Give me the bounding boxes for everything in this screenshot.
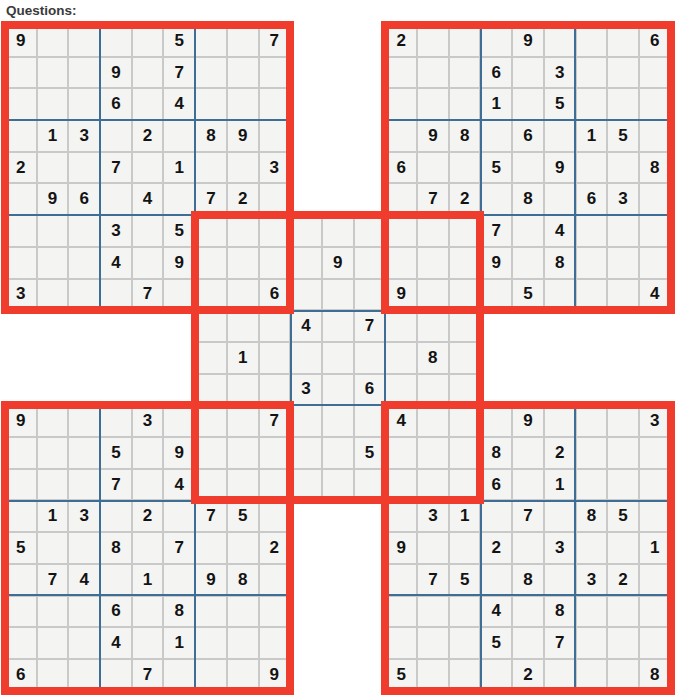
cell-bottom-right-r8c1[interactable]	[385, 627, 417, 659]
cell-top-right-r4c9[interactable]	[639, 120, 671, 152]
cell-top-right-r2c1[interactable]	[385, 57, 417, 89]
cell-top-right-r8c7[interactable]	[576, 247, 608, 279]
cell-top-right-r5c9[interactable]: 8	[639, 152, 671, 184]
cell-top-right-r4c2[interactable]: 9	[417, 120, 449, 152]
cell-top-right-r2c5[interactable]	[512, 57, 544, 89]
cell-center-r5c2[interactable]: 1	[227, 342, 259, 374]
cell-top-left-r8c6[interactable]: 9	[163, 247, 195, 279]
cell-top-left-r4c3[interactable]: 3	[68, 120, 100, 152]
cell-bottom-left-r1c7[interactable]	[195, 405, 227, 437]
cell-center-r6c6[interactable]: 6	[354, 374, 386, 406]
cell-center-r4c6[interactable]: 7	[354, 310, 386, 342]
cell-center-r6c7[interactable]	[385, 374, 417, 406]
cell-center-r6c4[interactable]: 3	[290, 374, 322, 406]
cell-top-right-r5c1[interactable]: 6	[385, 152, 417, 184]
cell-bottom-right-r4c8[interactable]: 5	[607, 500, 639, 532]
cell-top-right-r1c2[interactable]	[417, 25, 449, 57]
cell-center-r9c5[interactable]	[322, 469, 354, 501]
cell-top-right-r6c2[interactable]: 7	[417, 183, 449, 215]
cell-top-left-r9c2[interactable]	[37, 279, 69, 311]
cell-bottom-left-r7c7[interactable]	[195, 596, 227, 628]
cell-bottom-right-r9c4[interactable]	[480, 659, 512, 691]
cell-center-r8c4[interactable]	[290, 437, 322, 469]
cell-bottom-right-r3c3[interactable]	[449, 469, 481, 501]
cell-bottom-left-r1c2[interactable]	[37, 405, 69, 437]
cell-top-right-r3c9[interactable]	[639, 88, 671, 120]
cell-bottom-left-r7c1[interactable]	[5, 596, 37, 628]
cell-bottom-left-r7c3[interactable]	[68, 596, 100, 628]
cell-bottom-left-r5c7[interactable]	[195, 532, 227, 564]
cell-top-left-r7c6[interactable]: 5	[163, 215, 195, 247]
cell-top-right-r5c6[interactable]: 9	[544, 152, 576, 184]
cell-center-r2c1[interactable]	[195, 247, 227, 279]
cell-top-left-r9c5[interactable]: 7	[132, 279, 164, 311]
cell-bottom-left-r1c3[interactable]	[68, 405, 100, 437]
cell-top-left-r7c5[interactable]	[132, 215, 164, 247]
cell-bottom-left-r2c8[interactable]	[227, 437, 259, 469]
cell-bottom-left-r9c4[interactable]	[100, 659, 132, 691]
cell-bottom-left-r9c2[interactable]	[37, 659, 69, 691]
cell-bottom-left-r2c1[interactable]	[5, 437, 37, 469]
cell-top-left-r6c7[interactable]: 7	[195, 183, 227, 215]
cell-center-r6c9[interactable]	[449, 374, 481, 406]
cell-center-r4c7[interactable]	[385, 310, 417, 342]
cell-top-right-r6c5[interactable]: 8	[512, 183, 544, 215]
cell-top-right-r1c4[interactable]	[480, 25, 512, 57]
cell-bottom-left-r7c9[interactable]	[259, 596, 291, 628]
cell-bottom-right-r9c1[interactable]: 5	[385, 659, 417, 691]
cell-top-right-r4c4[interactable]	[480, 120, 512, 152]
cell-center-r3c3[interactable]: 6	[259, 279, 291, 311]
cell-top-left-r8c4[interactable]: 4	[100, 247, 132, 279]
cell-bottom-left-r1c1[interactable]: 9	[5, 405, 37, 437]
cell-bottom-right-r3c8[interactable]	[607, 469, 639, 501]
cell-center-r3c9[interactable]	[449, 279, 481, 311]
cell-bottom-right-r8c5[interactable]	[512, 627, 544, 659]
cell-top-left-r8c5[interactable]	[132, 247, 164, 279]
cell-center-r5c4[interactable]	[290, 342, 322, 374]
cell-bottom-right-r9c6[interactable]	[544, 659, 576, 691]
cell-top-right-r4c6[interactable]	[544, 120, 576, 152]
cell-top-left-r3c1[interactable]	[5, 88, 37, 120]
cell-bottom-left-r5c5[interactable]	[132, 532, 164, 564]
cell-bottom-right-r8c9[interactable]	[639, 627, 671, 659]
cell-bottom-right-r3c2[interactable]	[417, 469, 449, 501]
cell-bottom-right-r4c9[interactable]	[639, 500, 671, 532]
cell-top-right-r2c7[interactable]	[576, 57, 608, 89]
cell-center-r3c1[interactable]	[195, 279, 227, 311]
cell-top-left-r7c3[interactable]	[68, 215, 100, 247]
cell-bottom-left-r3c9[interactable]	[259, 469, 291, 501]
cell-bottom-right-r4c4[interactable]	[480, 500, 512, 532]
cell-top-right-r2c8[interactable]	[607, 57, 639, 89]
cell-center-r5c5[interactable]	[322, 342, 354, 374]
cell-center-r1c1[interactable]	[195, 215, 227, 247]
cell-top-right-r6c4[interactable]	[480, 183, 512, 215]
cell-bottom-left-r2c7[interactable]	[195, 437, 227, 469]
cell-bottom-left-r1c8[interactable]	[227, 405, 259, 437]
cell-bottom-right-r1c9[interactable]: 3	[639, 405, 671, 437]
cell-bottom-left-r2c2[interactable]	[37, 437, 69, 469]
cell-bottom-right-r2c1[interactable]	[385, 437, 417, 469]
cell-bottom-left-r4c6[interactable]	[163, 500, 195, 532]
cell-center-r6c2[interactable]	[227, 374, 259, 406]
cell-top-left-r9c1[interactable]: 3	[5, 279, 37, 311]
cell-center-r3c4[interactable]	[290, 279, 322, 311]
cell-center-r4c1[interactable]	[195, 310, 227, 342]
cell-bottom-right-r3c4[interactable]: 6	[480, 469, 512, 501]
cell-bottom-left-r7c8[interactable]	[227, 596, 259, 628]
cell-bottom-right-r7c3[interactable]	[449, 596, 481, 628]
cell-top-left-r4c4[interactable]	[100, 120, 132, 152]
cell-bottom-right-r7c8[interactable]	[607, 596, 639, 628]
cell-top-right-r1c3[interactable]	[449, 25, 481, 57]
cell-top-left-r6c9[interactable]	[259, 183, 291, 215]
cell-top-left-r5c5[interactable]	[132, 152, 164, 184]
cell-bottom-left-r8c9[interactable]	[259, 627, 291, 659]
cell-top-right-r1c5[interactable]: 9	[512, 25, 544, 57]
cell-bottom-left-r6c7[interactable]: 9	[195, 564, 227, 596]
cell-bottom-right-r8c6[interactable]: 7	[544, 627, 576, 659]
cell-bottom-right-r7c4[interactable]: 4	[480, 596, 512, 628]
cell-top-left-r6c3[interactable]: 6	[68, 183, 100, 215]
cell-bottom-right-r1c1[interactable]: 4	[385, 405, 417, 437]
cell-top-right-r3c7[interactable]	[576, 88, 608, 120]
cell-center-r1c5[interactable]	[322, 215, 354, 247]
cell-top-left-r5c1[interactable]: 2	[5, 152, 37, 184]
cell-top-right-r7c5[interactable]	[512, 215, 544, 247]
cell-top-left-r2c6[interactable]: 7	[163, 57, 195, 89]
cell-top-left-r1c5[interactable]	[132, 25, 164, 57]
cell-top-right-r9c6[interactable]	[544, 279, 576, 311]
cell-top-right-r2c4[interactable]: 6	[480, 57, 512, 89]
cell-top-right-r7c8[interactable]	[607, 215, 639, 247]
cell-top-right-r4c3[interactable]: 8	[449, 120, 481, 152]
cell-top-right-r1c8[interactable]	[607, 25, 639, 57]
cell-top-right-r3c3[interactable]	[449, 88, 481, 120]
cell-center-r2c3[interactable]	[259, 247, 291, 279]
cell-top-right-r4c5[interactable]: 6	[512, 120, 544, 152]
cell-top-right-r1c1[interactable]: 2	[385, 25, 417, 57]
cell-center-r6c8[interactable]	[417, 374, 449, 406]
cell-bottom-left-r8c4[interactable]: 4	[100, 627, 132, 659]
cell-bottom-right-r6c8[interactable]: 2	[607, 564, 639, 596]
cell-bottom-right-r6c9[interactable]	[639, 564, 671, 596]
cell-bottom-left-r1c6[interactable]	[163, 405, 195, 437]
cell-bottom-right-r2c4[interactable]: 8	[480, 437, 512, 469]
cell-bottom-right-r3c1[interactable]	[385, 469, 417, 501]
cell-top-left-r2c4[interactable]: 9	[100, 57, 132, 89]
cell-top-right-r3c5[interactable]	[512, 88, 544, 120]
cell-top-right-r3c8[interactable]	[607, 88, 639, 120]
cell-bottom-right-r4c7[interactable]: 8	[576, 500, 608, 532]
cell-bottom-right-r3c5[interactable]	[512, 469, 544, 501]
cell-top-left-r4c5[interactable]: 2	[132, 120, 164, 152]
cell-top-left-r9c4[interactable]	[100, 279, 132, 311]
cell-top-left-r4c7[interactable]: 8	[195, 120, 227, 152]
cell-bottom-left-r9c8[interactable]	[227, 659, 259, 691]
cell-bottom-left-r9c6[interactable]	[163, 659, 195, 691]
cell-bottom-left-r1c9[interactable]: 7	[259, 405, 291, 437]
cell-center-r6c5[interactable]	[322, 374, 354, 406]
cell-top-right-r1c6[interactable]	[544, 25, 576, 57]
cell-bottom-left-r8c2[interactable]	[37, 627, 69, 659]
cell-top-right-r5c3[interactable]	[449, 152, 481, 184]
cell-bottom-right-r2c9[interactable]	[639, 437, 671, 469]
cell-top-right-r6c8[interactable]: 3	[607, 183, 639, 215]
cell-top-left-r8c1[interactable]	[5, 247, 37, 279]
cell-top-right-r4c1[interactable]	[385, 120, 417, 152]
cell-center-r3c7[interactable]: 9	[385, 279, 417, 311]
cell-top-right-r6c6[interactable]	[544, 183, 576, 215]
cell-center-r9c4[interactable]	[290, 469, 322, 501]
cell-bottom-right-r1c4[interactable]	[480, 405, 512, 437]
cell-bottom-left-r2c5[interactable]	[132, 437, 164, 469]
cell-bottom-right-r5c7[interactable]	[576, 532, 608, 564]
cell-bottom-right-r8c3[interactable]	[449, 627, 481, 659]
cell-top-left-r1c4[interactable]	[100, 25, 132, 57]
cell-bottom-right-r1c3[interactable]	[449, 405, 481, 437]
cell-top-right-r9c9[interactable]: 4	[639, 279, 671, 311]
cell-center-r1c3[interactable]	[259, 215, 291, 247]
cell-bottom-right-r2c3[interactable]	[449, 437, 481, 469]
cell-center-r7c5[interactable]	[322, 405, 354, 437]
cell-bottom-right-r5c3[interactable]	[449, 532, 481, 564]
cell-top-left-r3c4[interactable]: 6	[100, 88, 132, 120]
cell-bottom-left-r8c6[interactable]: 1	[163, 627, 195, 659]
cell-bottom-right-r7c2[interactable]	[417, 596, 449, 628]
cell-bottom-left-r8c1[interactable]	[5, 627, 37, 659]
cell-top-left-r6c8[interactable]: 2	[227, 183, 259, 215]
cell-center-r3c6[interactable]	[354, 279, 386, 311]
cell-bottom-left-r8c3[interactable]	[68, 627, 100, 659]
cell-center-r2c7[interactable]	[385, 247, 417, 279]
cell-top-right-r6c3[interactable]: 2	[449, 183, 481, 215]
cell-bottom-left-r3c3[interactable]	[68, 469, 100, 501]
cell-bottom-right-r2c5[interactable]	[512, 437, 544, 469]
cell-top-right-r8c9[interactable]	[639, 247, 671, 279]
cell-center-r4c3[interactable]	[259, 310, 291, 342]
cell-top-left-r4c8[interactable]: 9	[227, 120, 259, 152]
cell-bottom-right-r9c5[interactable]: 2	[512, 659, 544, 691]
cell-center-r5c9[interactable]	[449, 342, 481, 374]
cell-bottom-left-r6c8[interactable]: 8	[227, 564, 259, 596]
cell-bottom-left-r5c3[interactable]	[68, 532, 100, 564]
cell-top-right-r4c7[interactable]: 1	[576, 120, 608, 152]
cell-bottom-left-r8c7[interactable]	[195, 627, 227, 659]
cell-bottom-left-r7c4[interactable]: 6	[100, 596, 132, 628]
cell-top-left-r6c2[interactable]: 9	[37, 183, 69, 215]
cell-top-right-r3c1[interactable]	[385, 88, 417, 120]
cell-center-r2c2[interactable]	[227, 247, 259, 279]
cell-bottom-right-r6c6[interactable]	[544, 564, 576, 596]
cell-center-r1c9[interactable]	[449, 215, 481, 247]
cell-bottom-right-r6c4[interactable]	[480, 564, 512, 596]
cell-bottom-left-r2c9[interactable]	[259, 437, 291, 469]
cell-bottom-right-r1c2[interactable]	[417, 405, 449, 437]
cell-top-left-r5c7[interactable]	[195, 152, 227, 184]
cell-bottom-right-r4c5[interactable]: 7	[512, 500, 544, 532]
cell-bottom-right-r4c6[interactable]	[544, 500, 576, 532]
cell-center-r1c7[interactable]	[385, 215, 417, 247]
cell-top-left-r1c6[interactable]: 5	[163, 25, 195, 57]
cell-bottom-left-r2c4[interactable]: 5	[100, 437, 132, 469]
cell-bottom-left-r2c3[interactable]	[68, 437, 100, 469]
cell-bottom-left-r4c1[interactable]	[5, 500, 37, 532]
cell-bottom-left-r3c1[interactable]	[5, 469, 37, 501]
cell-bottom-left-r6c6[interactable]	[163, 564, 195, 596]
cell-bottom-right-r2c2[interactable]	[417, 437, 449, 469]
cell-bottom-right-r7c5[interactable]	[512, 596, 544, 628]
cell-top-left-r3c8[interactable]	[227, 88, 259, 120]
cell-top-left-r6c1[interactable]	[5, 183, 37, 215]
cell-bottom-left-r3c7[interactable]	[195, 469, 227, 501]
cell-center-r1c6[interactable]	[354, 215, 386, 247]
cell-bottom-left-r7c5[interactable]	[132, 596, 164, 628]
cell-bottom-left-r6c1[interactable]	[5, 564, 37, 596]
cell-bottom-left-r3c8[interactable]	[227, 469, 259, 501]
cell-bottom-left-r5c2[interactable]	[37, 532, 69, 564]
cell-top-left-r5c9[interactable]: 3	[259, 152, 291, 184]
cell-top-left-r6c5[interactable]: 4	[132, 183, 164, 215]
cell-top-right-r9c5[interactable]: 5	[512, 279, 544, 311]
cell-top-right-r6c9[interactable]	[639, 183, 671, 215]
cell-top-left-r2c9[interactable]	[259, 57, 291, 89]
cell-bottom-right-r3c9[interactable]	[639, 469, 671, 501]
cell-bottom-right-r2c6[interactable]: 2	[544, 437, 576, 469]
cell-top-left-r7c2[interactable]	[37, 215, 69, 247]
cell-top-left-r8c2[interactable]	[37, 247, 69, 279]
cell-top-right-r5c5[interactable]	[512, 152, 544, 184]
cell-bottom-left-r5c8[interactable]	[227, 532, 259, 564]
cell-bottom-left-r7c6[interactable]: 8	[163, 596, 195, 628]
cell-top-left-r6c4[interactable]	[100, 183, 132, 215]
cell-bottom-left-r6c9[interactable]	[259, 564, 291, 596]
cell-top-left-r1c9[interactable]: 7	[259, 25, 291, 57]
cell-bottom-right-r4c2[interactable]: 3	[417, 500, 449, 532]
cell-center-r3c2[interactable]	[227, 279, 259, 311]
cell-bottom-left-r5c1[interactable]: 5	[5, 532, 37, 564]
cell-bottom-right-r6c1[interactable]	[385, 564, 417, 596]
cell-top-right-r9c4[interactable]	[480, 279, 512, 311]
cell-top-right-r9c7[interactable]	[576, 279, 608, 311]
cell-bottom-right-r3c7[interactable]	[576, 469, 608, 501]
cell-bottom-right-r9c7[interactable]	[576, 659, 608, 691]
cell-center-r8c5[interactable]	[322, 437, 354, 469]
cell-top-right-r3c6[interactable]: 5	[544, 88, 576, 120]
cell-top-left-r4c1[interactable]	[5, 120, 37, 152]
cell-center-r1c8[interactable]	[417, 215, 449, 247]
cell-bottom-right-r4c3[interactable]: 1	[449, 500, 481, 532]
cell-bottom-right-r7c6[interactable]: 8	[544, 596, 576, 628]
cell-top-left-r4c2[interactable]: 1	[37, 120, 69, 152]
cell-bottom-left-r7c2[interactable]	[37, 596, 69, 628]
cell-bottom-left-r3c2[interactable]	[37, 469, 69, 501]
cell-top-right-r5c4[interactable]: 5	[480, 152, 512, 184]
cell-center-r2c8[interactable]	[417, 247, 449, 279]
cell-top-right-r8c5[interactable]	[512, 247, 544, 279]
cell-bottom-right-r9c8[interactable]	[607, 659, 639, 691]
cell-top-right-r9c8[interactable]	[607, 279, 639, 311]
cell-top-right-r8c8[interactable]	[607, 247, 639, 279]
cell-center-r4c2[interactable]	[227, 310, 259, 342]
cell-bottom-left-r4c3[interactable]: 3	[68, 500, 100, 532]
cell-bottom-right-r2c7[interactable]	[576, 437, 608, 469]
cell-center-r5c6[interactable]	[354, 342, 386, 374]
cell-center-r7c6[interactable]	[354, 405, 386, 437]
cell-bottom-right-r1c5[interactable]: 9	[512, 405, 544, 437]
cell-top-right-r2c9[interactable]	[639, 57, 671, 89]
cell-bottom-left-r3c4[interactable]: 7	[100, 469, 132, 501]
cell-bottom-right-r9c3[interactable]	[449, 659, 481, 691]
cell-bottom-right-r6c3[interactable]: 5	[449, 564, 481, 596]
cell-bottom-right-r1c6[interactable]	[544, 405, 576, 437]
cell-top-left-r4c6[interactable]	[163, 120, 195, 152]
cell-bottom-right-r5c9[interactable]: 1	[639, 532, 671, 564]
cell-bottom-right-r9c9[interactable]: 8	[639, 659, 671, 691]
cell-top-right-r7c4[interactable]: 7	[480, 215, 512, 247]
cell-bottom-left-r5c6[interactable]: 7	[163, 532, 195, 564]
cell-bottom-right-r6c5[interactable]: 8	[512, 564, 544, 596]
cell-top-right-r6c7[interactable]: 6	[576, 183, 608, 215]
cell-top-left-r2c5[interactable]	[132, 57, 164, 89]
cell-top-left-r1c2[interactable]	[37, 25, 69, 57]
cell-bottom-right-r6c7[interactable]: 3	[576, 564, 608, 596]
cell-top-right-r7c9[interactable]	[639, 215, 671, 247]
cell-bottom-left-r9c9[interactable]: 9	[259, 659, 291, 691]
cell-center-r4c9[interactable]	[449, 310, 481, 342]
cell-top-right-r8c6[interactable]: 8	[544, 247, 576, 279]
cell-bottom-left-r9c7[interactable]	[195, 659, 227, 691]
cell-center-r6c1[interactable]	[195, 374, 227, 406]
cell-top-right-r1c9[interactable]: 6	[639, 25, 671, 57]
cell-bottom-right-r5c5[interactable]	[512, 532, 544, 564]
cell-top-left-r3c6[interactable]: 4	[163, 88, 195, 120]
cell-bottom-right-r1c8[interactable]	[607, 405, 639, 437]
cell-top-left-r1c8[interactable]	[227, 25, 259, 57]
cell-top-left-r3c7[interactable]	[195, 88, 227, 120]
cell-center-r1c4[interactable]	[290, 215, 322, 247]
cell-center-r2c6[interactable]	[354, 247, 386, 279]
cell-top-right-r1c7[interactable]	[576, 25, 608, 57]
cell-top-left-r7c4[interactable]: 3	[100, 215, 132, 247]
cell-bottom-left-r6c2[interactable]: 7	[37, 564, 69, 596]
cell-bottom-right-r5c2[interactable]	[417, 532, 449, 564]
cell-top-right-r7c6[interactable]: 4	[544, 215, 576, 247]
cell-bottom-left-r9c1[interactable]: 6	[5, 659, 37, 691]
cell-bottom-right-r5c6[interactable]: 3	[544, 532, 576, 564]
cell-bottom-right-r7c1[interactable]	[385, 596, 417, 628]
cell-center-r4c5[interactable]	[322, 310, 354, 342]
cell-bottom-left-r5c4[interactable]: 8	[100, 532, 132, 564]
cell-bottom-left-r3c5[interactable]	[132, 469, 164, 501]
cell-top-left-r1c1[interactable]: 9	[5, 25, 37, 57]
cell-bottom-right-r6c2[interactable]: 7	[417, 564, 449, 596]
cell-bottom-left-r6c5[interactable]: 1	[132, 564, 164, 596]
cell-top-left-r2c2[interactable]	[37, 57, 69, 89]
cell-top-left-r7c1[interactable]	[5, 215, 37, 247]
cell-bottom-left-r5c9[interactable]: 2	[259, 532, 291, 564]
cell-top-left-r1c7[interactable]	[195, 25, 227, 57]
cell-top-left-r2c7[interactable]	[195, 57, 227, 89]
cell-bottom-left-r4c9[interactable]	[259, 500, 291, 532]
cell-top-left-r5c2[interactable]	[37, 152, 69, 184]
cell-center-r4c4[interactable]: 4	[290, 310, 322, 342]
cell-bottom-right-r8c4[interactable]: 5	[480, 627, 512, 659]
cell-top-right-r2c3[interactable]	[449, 57, 481, 89]
cell-top-left-r3c3[interactable]	[68, 88, 100, 120]
cell-top-right-r5c7[interactable]	[576, 152, 608, 184]
